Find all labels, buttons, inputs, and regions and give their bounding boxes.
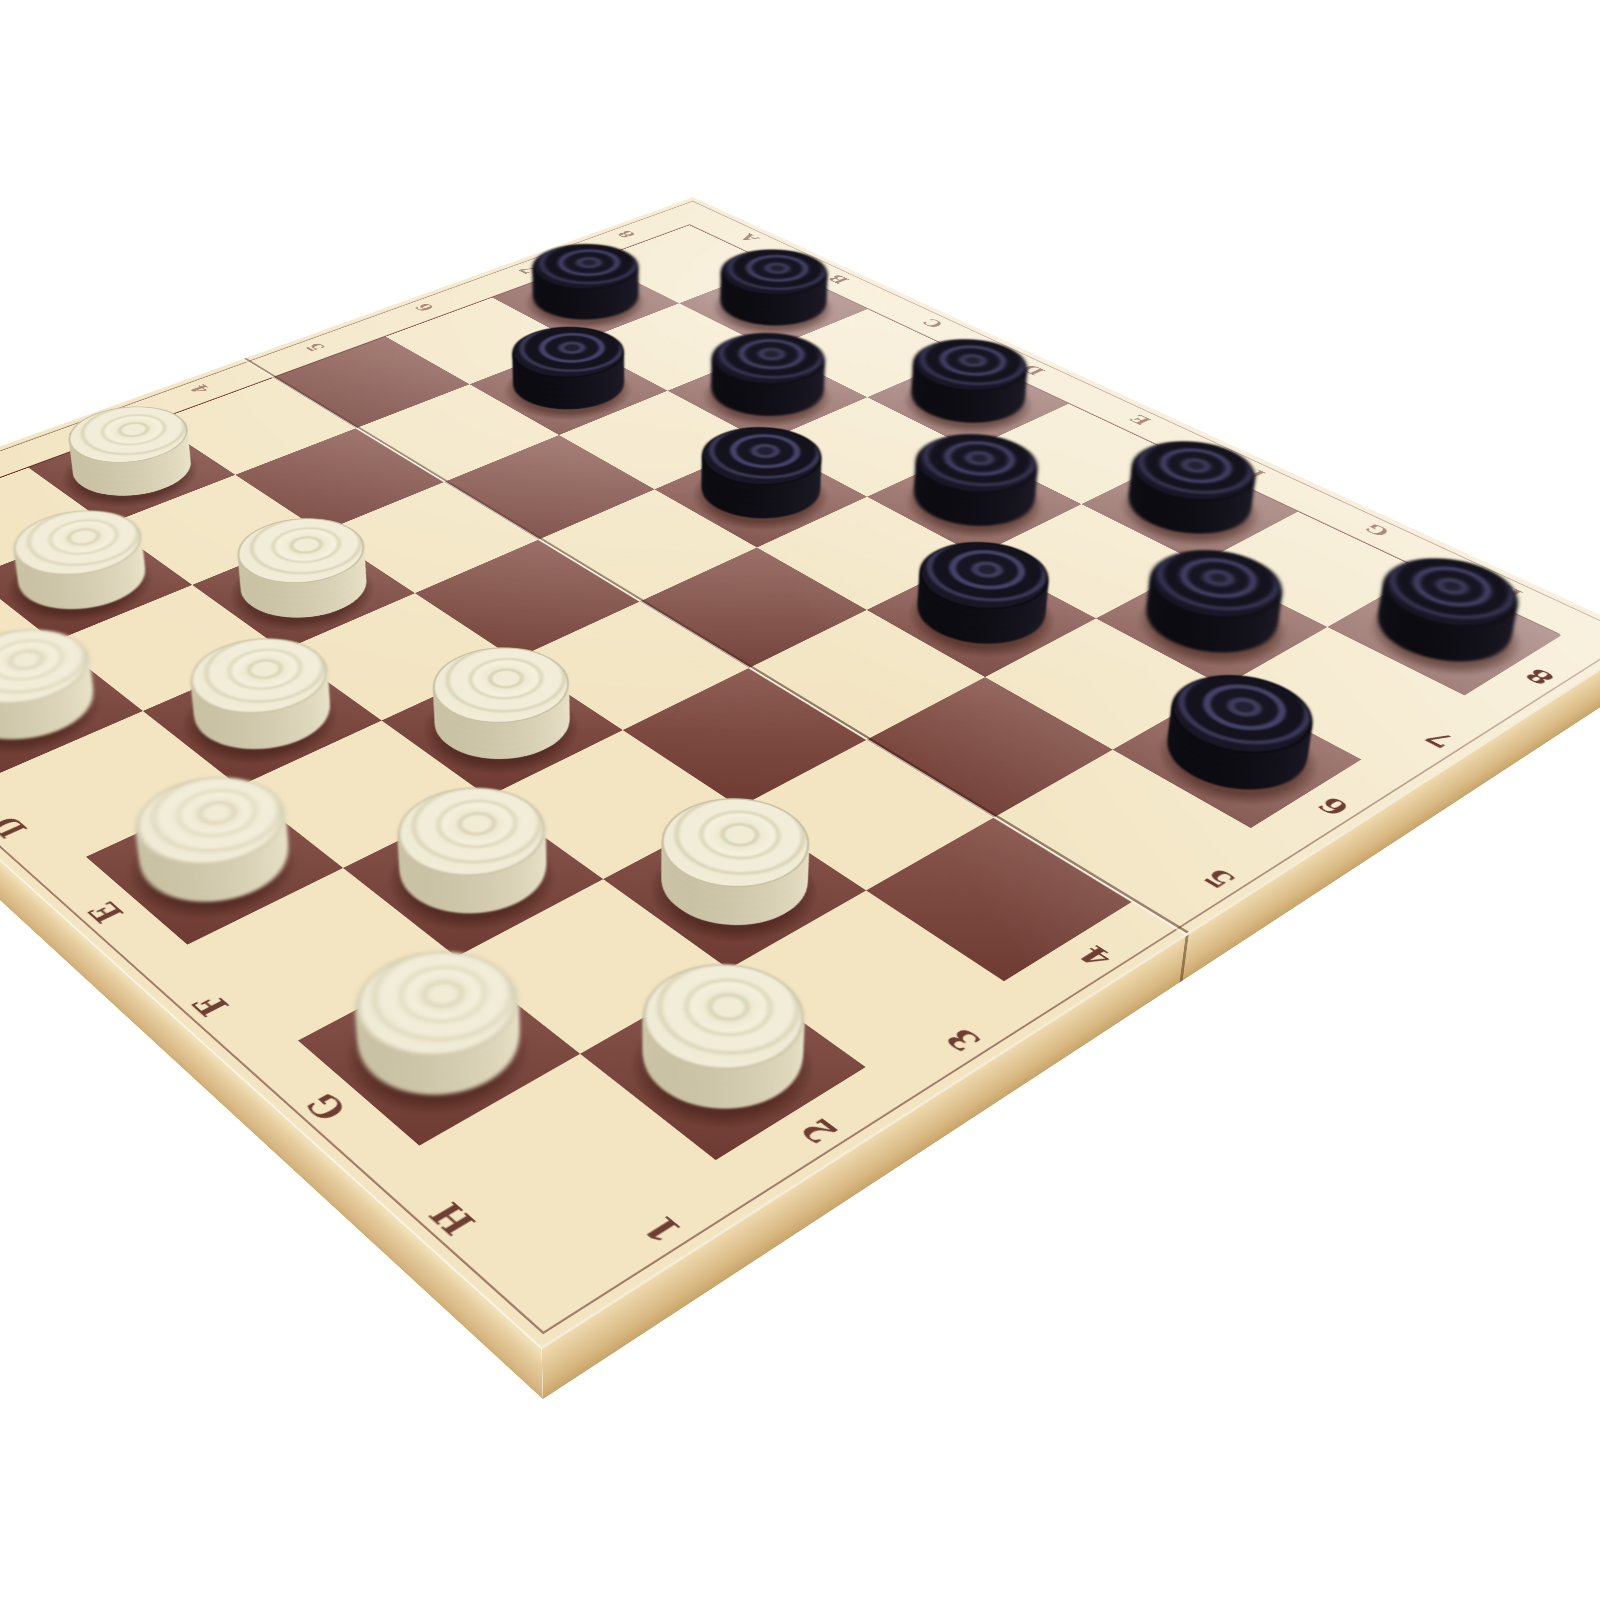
checkers-board[interactable]: AA88BB77CC66DD55EE44FF33GG22HH11 <box>0 197 1600 1346</box>
white-piece-g3[interactable] <box>631 821 838 948</box>
white-piece-d2[interactable] <box>169 662 357 769</box>
white-piece-c1[interactable] <box>0 653 118 759</box>
white-piece-e3[interactable] <box>408 671 598 779</box>
hinge-seam-side <box>1180 935 1189 983</box>
white-piece-f2[interactable] <box>371 811 576 937</box>
black-piece-f6[interactable] <box>891 566 1071 662</box>
board-face: AA88BB77CC66DD55EE44FF33GG22HH11 <box>0 197 1600 1346</box>
